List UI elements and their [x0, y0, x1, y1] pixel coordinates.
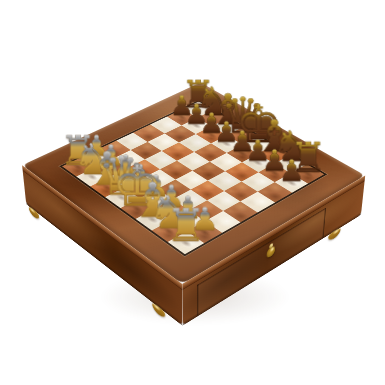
stage: ♜♞♝♛♚♝♞♜♟♟♟♟♟♟♟♟♟♟♟♟♟♟♟♟♜♞♝♛♚♝♞♜: [0, 0, 385, 385]
board-top: ♜♞♝♛♚♝♞♜♟♟♟♟♟♟♟♟♟♟♟♟♟♟♟♟♜♞♝♛♚♝♞♜: [22, 83, 365, 284]
piece-black-pawn[interactable]: ♟: [278, 157, 304, 186]
drawer-knob: [266, 245, 275, 259]
brass-foot: [152, 301, 165, 320]
chess-box: ♜♞♝♛♚♝♞♜♟♟♟♟♟♟♟♟♟♟♟♟♟♟♟♟♜♞♝♛♚♝♞♜: [26, 119, 361, 325]
brass-foot: [28, 205, 39, 221]
piece-white-rook[interactable]: ♜: [166, 202, 206, 247]
product-photo-scene: ♜♞♝♛♚♝♞♜♟♟♟♟♟♟♟♟♟♟♟♟♟♟♟♟♜♞♝♛♚♝♞♜: [0, 0, 385, 385]
brass-foot: [328, 227, 341, 243]
